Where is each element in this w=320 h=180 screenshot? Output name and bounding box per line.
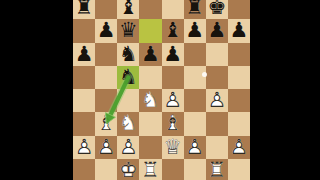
square-g3[interactable] <box>206 112 228 135</box>
square-f5[interactable] <box>184 66 206 89</box>
square-a5[interactable] <box>73 66 95 89</box>
piece-black-queen[interactable]: ♛ <box>117 19 139 42</box>
square-e7[interactable]: ♝ <box>162 19 184 42</box>
square-g4[interactable]: ♟♙ <box>206 89 228 112</box>
square-g6[interactable] <box>206 43 228 66</box>
piece-black-rook[interactable]: ♜ <box>73 0 95 19</box>
square-h3[interactable] <box>228 112 250 135</box>
square-g2[interactable] <box>206 136 228 159</box>
square-d5[interactable] <box>139 66 161 89</box>
piece-black-pawn[interactable]: ♟ <box>139 43 161 66</box>
piece-white-bishop[interactable]: ♝♗ <box>95 112 117 135</box>
square-a1[interactable] <box>73 159 95 180</box>
piece-white-knight[interactable]: ♞♘ <box>139 89 161 112</box>
square-c2[interactable]: ♟♙ <box>117 136 139 159</box>
piece-white-queen[interactable]: ♛♕ <box>162 136 184 159</box>
square-f4[interactable] <box>184 89 206 112</box>
square-h8[interactable] <box>228 0 250 19</box>
square-a4[interactable] <box>73 89 95 112</box>
square-h6[interactable] <box>228 43 250 66</box>
piece-black-pawn[interactable]: ♟ <box>73 43 95 66</box>
square-d7[interactable] <box>139 19 161 42</box>
letterbox-left <box>0 0 73 180</box>
square-g5[interactable] <box>206 66 228 89</box>
piece-white-pawn[interactable]: ♟♙ <box>117 136 139 159</box>
square-c8[interactable]: ♝ <box>117 0 139 19</box>
square-b3[interactable]: ♝♗ <box>95 112 117 135</box>
square-e4[interactable]: ♟♙ <box>162 89 184 112</box>
square-c7[interactable]: ♛ <box>117 19 139 42</box>
piece-black-knight[interactable]: ♞ <box>117 66 139 89</box>
square-c1[interactable]: ♚♔ <box>117 159 139 180</box>
square-d8[interactable] <box>139 0 161 19</box>
square-c5[interactable]: ♞ <box>117 66 139 89</box>
square-h5[interactable] <box>228 66 250 89</box>
square-f7[interactable]: ♟ <box>184 19 206 42</box>
piece-white-pawn[interactable]: ♟♙ <box>95 136 117 159</box>
piece-white-bishop[interactable]: ♝♗ <box>162 112 184 135</box>
square-e6[interactable]: ♟ <box>162 43 184 66</box>
square-b7[interactable]: ♟ <box>95 19 117 42</box>
piece-black-king[interactable]: ♚ <box>206 0 228 19</box>
square-h2[interactable]: ♟♙ <box>228 136 250 159</box>
square-a2[interactable]: ♟♙ <box>73 136 95 159</box>
square-d6[interactable]: ♟ <box>139 43 161 66</box>
piece-black-pawn[interactable]: ♟ <box>95 19 117 42</box>
square-b2[interactable]: ♟♙ <box>95 136 117 159</box>
cursor-dot <box>202 72 207 77</box>
letterbox-right <box>250 0 320 180</box>
square-b6[interactable] <box>95 43 117 66</box>
square-f2[interactable]: ♟♙ <box>184 136 206 159</box>
square-f1[interactable] <box>184 159 206 180</box>
square-g7[interactable]: ♟ <box>206 19 228 42</box>
square-a8[interactable]: ♜ <box>73 0 95 19</box>
piece-black-rook[interactable]: ♜ <box>184 0 206 19</box>
square-c3[interactable]: ♞♘ <box>117 112 139 135</box>
square-a7[interactable] <box>73 19 95 42</box>
piece-white-pawn[interactable]: ♟♙ <box>73 136 95 159</box>
square-g8[interactable]: ♚ <box>206 0 228 19</box>
piece-white-pawn[interactable]: ♟♙ <box>162 89 184 112</box>
piece-black-bishop[interactable]: ♝ <box>117 0 139 19</box>
video-frame: ♜♝♜♚♟♛♝♟♟♟♟♞♟♟♞♞♘♟♙♟♙♝♗♞♘♝♗♟♙♟♙♟♙♛♕♟♙♟♙♚… <box>0 0 320 180</box>
square-b8[interactable] <box>95 0 117 19</box>
square-d3[interactable] <box>139 112 161 135</box>
square-e3[interactable]: ♝♗ <box>162 112 184 135</box>
piece-black-pawn[interactable]: ♟ <box>206 19 228 42</box>
piece-white-knight[interactable]: ♞♘ <box>117 112 139 135</box>
piece-black-bishop[interactable]: ♝ <box>162 19 184 42</box>
square-g1[interactable]: ♜♖ <box>206 159 228 180</box>
square-a3[interactable] <box>73 112 95 135</box>
piece-white-king[interactable]: ♚♔ <box>117 159 139 180</box>
square-e2[interactable]: ♛♕ <box>162 136 184 159</box>
square-d4[interactable]: ♞♘ <box>139 89 161 112</box>
piece-white-rook[interactable]: ♜♖ <box>206 159 228 180</box>
piece-black-knight[interactable]: ♞ <box>117 43 139 66</box>
piece-black-pawn[interactable]: ♟ <box>184 19 206 42</box>
piece-white-rook[interactable]: ♜♖ <box>139 159 161 180</box>
square-h4[interactable] <box>228 89 250 112</box>
square-f3[interactable] <box>184 112 206 135</box>
square-b5[interactable] <box>95 66 117 89</box>
square-f6[interactable] <box>184 43 206 66</box>
square-b1[interactable] <box>95 159 117 180</box>
square-e1[interactable] <box>162 159 184 180</box>
square-e5[interactable] <box>162 66 184 89</box>
piece-white-pawn[interactable]: ♟♙ <box>206 89 228 112</box>
square-d2[interactable] <box>139 136 161 159</box>
piece-black-pawn[interactable]: ♟ <box>228 19 250 42</box>
square-h7[interactable]: ♟ <box>228 19 250 42</box>
square-h1[interactable] <box>228 159 250 180</box>
square-c4[interactable] <box>117 89 139 112</box>
square-b4[interactable] <box>95 89 117 112</box>
piece-white-pawn[interactable]: ♟♙ <box>184 136 206 159</box>
piece-white-pawn[interactable]: ♟♙ <box>228 136 250 159</box>
square-f8[interactable]: ♜ <box>184 0 206 19</box>
square-c6[interactable]: ♞ <box>117 43 139 66</box>
square-e8[interactable] <box>162 0 184 19</box>
piece-black-pawn[interactable]: ♟ <box>162 43 184 66</box>
square-d1[interactable]: ♜♖ <box>139 159 161 180</box>
square-a6[interactable]: ♟ <box>73 43 95 66</box>
chess-board[interactable]: ♜♝♜♚♟♛♝♟♟♟♟♞♟♟♞♞♘♟♙♟♙♝♗♞♘♝♗♟♙♟♙♟♙♛♕♟♙♟♙♚… <box>73 0 250 180</box>
